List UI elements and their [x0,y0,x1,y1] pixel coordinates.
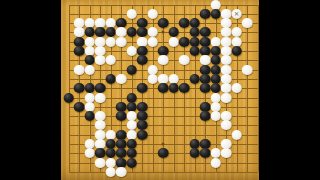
hoshi-point [162,143,165,146]
white-stone[interactable] [126,9,137,19]
white-stone[interactable] [210,158,221,168]
black-stone[interactable] [126,65,137,75]
white-stone[interactable] [105,37,116,47]
white-stone[interactable] [84,65,95,75]
white-stone[interactable] [179,55,190,65]
grid-line-horizontal [69,172,258,173]
white-stone[interactable] [95,93,106,103]
white-stone[interactable] [231,130,242,140]
white-stone[interactable] [221,120,232,130]
black-stone[interactable] [179,18,190,28]
black-stone[interactable] [158,148,169,158]
right-letterbox-bar [259,0,320,180]
white-stone[interactable] [221,148,232,158]
white-stone[interactable] [242,65,253,75]
white-stone[interactable] [210,111,221,121]
black-stone[interactable] [126,27,137,37]
white-stone[interactable] [126,46,137,56]
white-stone[interactable] [147,9,158,19]
black-stone[interactable] [74,46,85,56]
black-stone[interactable] [179,83,190,93]
white-stone[interactable] [147,74,158,84]
white-stone[interactable] [221,93,232,103]
black-stone[interactable] [137,83,148,93]
hoshi-point [162,31,165,34]
black-stone[interactable] [210,9,221,19]
black-stone[interactable] [74,102,85,112]
black-stone[interactable] [179,37,190,47]
black-stone[interactable] [168,83,179,93]
black-stone[interactable] [200,9,211,19]
screenshot-canvas: ✕ [0,0,320,180]
left-letterbox-bar [0,0,61,180]
black-stone[interactable] [63,93,74,103]
black-stone[interactable] [189,74,200,84]
white-stone[interactable] [74,65,85,75]
black-stone[interactable] [200,148,211,158]
grid-line-horizontal [69,107,258,108]
black-stone[interactable] [126,158,137,168]
black-stone[interactable] [137,130,148,140]
white-stone[interactable] [116,37,127,47]
grid-line-vertical [247,5,248,173]
black-stone[interactable] [200,111,211,121]
black-stone[interactable] [189,46,200,56]
white-stone[interactable] [105,55,116,65]
black-stone[interactable] [137,55,148,65]
white-stone[interactable] [116,74,127,84]
white-stone[interactable] [95,55,106,65]
white-stone[interactable] [158,55,169,65]
white-stone[interactable] [105,167,116,177]
white-stone[interactable] [116,167,127,177]
last-move-marker: ✕ [234,11,239,17]
black-stone[interactable] [105,74,116,84]
black-stone[interactable] [74,83,85,93]
white-stone[interactable] [95,158,106,168]
go-board[interactable]: ✕ [61,0,259,180]
black-stone[interactable] [231,46,242,56]
white-stone[interactable] [147,37,158,47]
black-stone[interactable] [200,83,211,93]
white-stone[interactable] [168,37,179,47]
white-stone[interactable] [84,148,95,158]
black-stone[interactable] [158,18,169,28]
black-stone[interactable] [189,148,200,158]
white-stone[interactable] [231,83,242,93]
black-stone[interactable] [116,111,127,121]
black-stone[interactable] [158,83,169,93]
white-stone[interactable] [242,18,253,28]
black-stone[interactable] [84,111,95,121]
